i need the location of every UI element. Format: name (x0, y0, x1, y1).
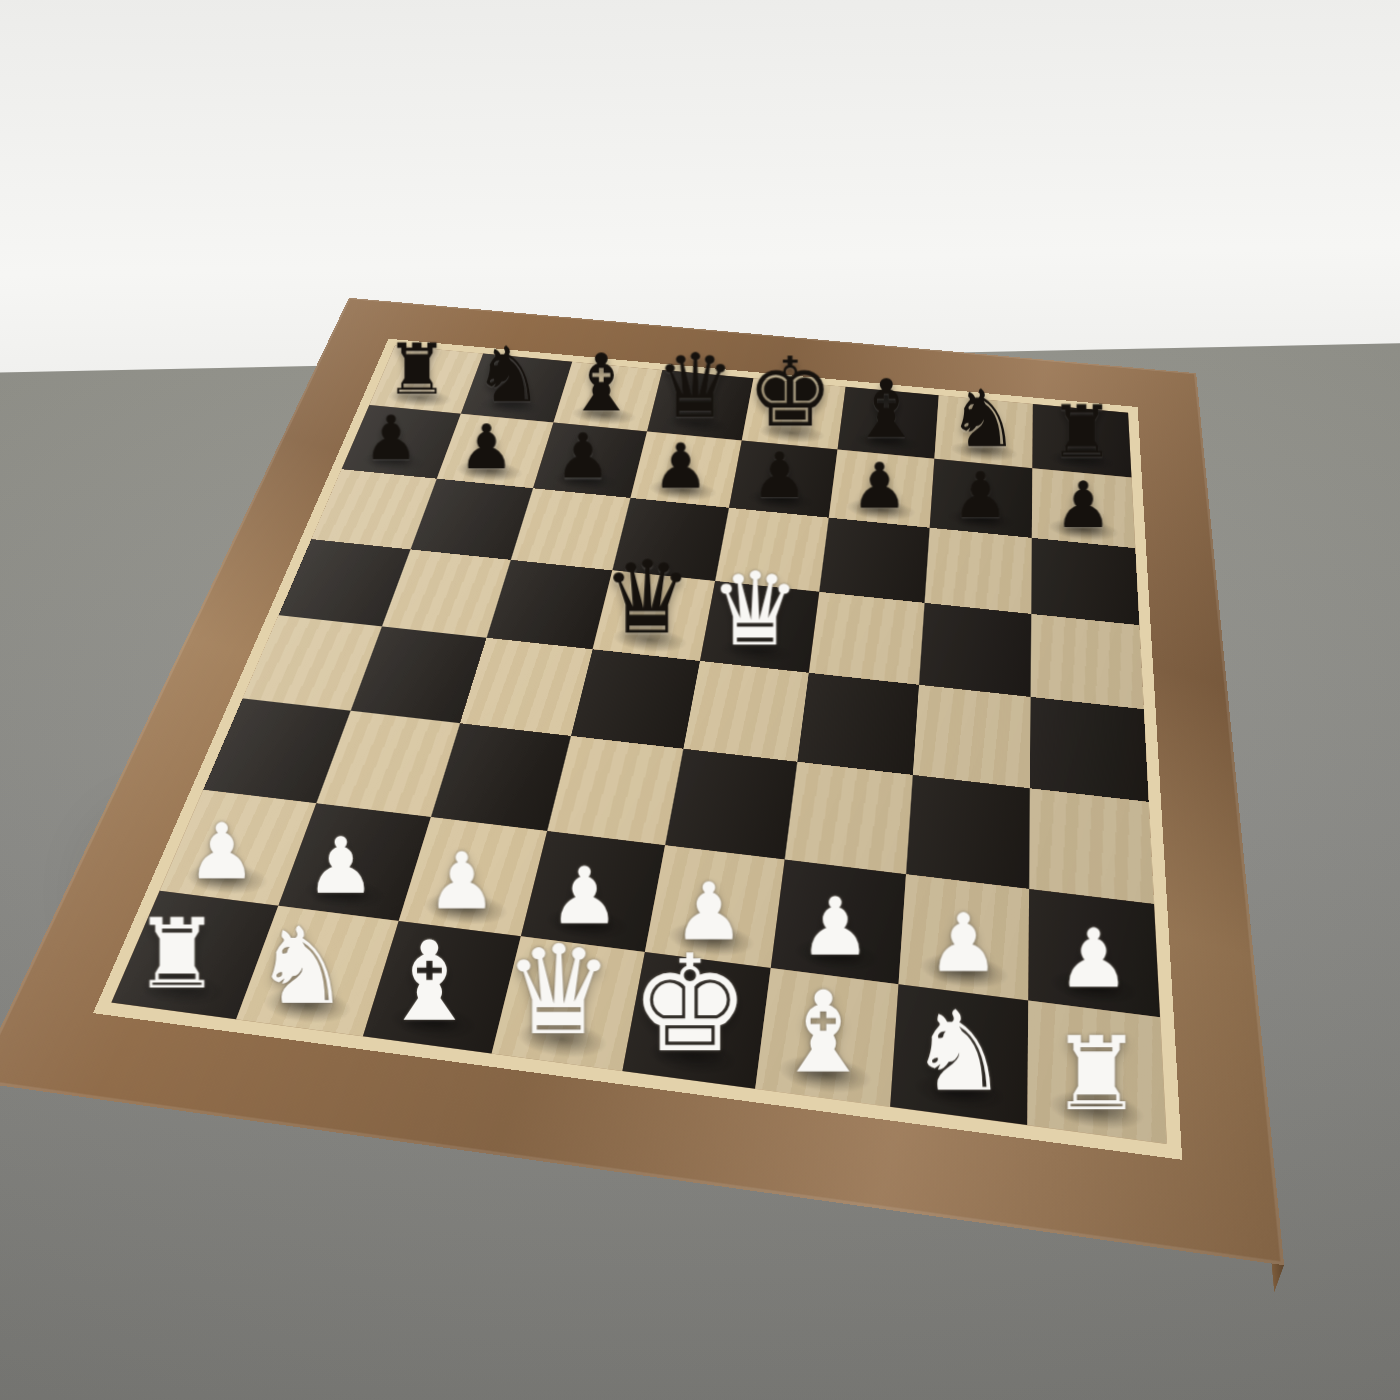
black-pawn-c7[interactable]: ♟ (555, 426, 611, 488)
square-a1[interactable]: ♜ (111, 891, 278, 1020)
square-h5[interactable] (1031, 614, 1144, 709)
photo-stage: ♜♞♝♛♚♝♞♜♟♟♟♟♟♟♟♟♛♛♟♟♟♟♟♟♟♟♜♞♝♛♚♝♞♜ chess (0, 0, 1400, 1400)
white-knight-b1[interactable]: ♞ (254, 913, 349, 1019)
square-f3[interactable] (785, 762, 913, 874)
square-h8[interactable]: ♜ (1032, 404, 1131, 478)
white-pawn-h2[interactable]: ♟ (1057, 919, 1130, 1000)
square-f6[interactable] (819, 518, 929, 603)
square-h7[interactable]: ♟ (1032, 468, 1135, 548)
black-pawn-g7[interactable]: ♟ (952, 464, 1009, 528)
white-pawn-a2[interactable]: ♟ (187, 813, 256, 890)
square-h6[interactable] (1031, 538, 1139, 625)
black-queen-d8[interactable]: ♛ (655, 343, 735, 432)
square-e7[interactable]: ♟ (729, 440, 838, 517)
white-pawn-c2[interactable]: ♟ (427, 843, 497, 921)
white-bishop-c1[interactable]: ♝ (380, 926, 479, 1036)
scene: ♜♞♝♛♚♝♞♜♟♟♟♟♟♟♟♟♛♛♟♟♟♟♟♟♟♟♜♞♝♛♚♝♞♜ (0, 0, 1400, 1400)
black-bishop-f8[interactable]: ♝ (850, 369, 922, 450)
black-rook-h8[interactable]: ♜ (1049, 396, 1114, 469)
board-edge-right (1191, 373, 1284, 1293)
black-knight-g8[interactable]: ♞ (948, 380, 1019, 459)
white-pawn-f2[interactable]: ♟ (799, 888, 871, 968)
square-a2[interactable]: ♟ (160, 790, 317, 906)
square-e3[interactable] (665, 749, 797, 860)
black-pawn-d7[interactable]: ♟ (653, 436, 709, 498)
square-f5[interactable] (809, 592, 925, 685)
black-pawn-h7[interactable]: ♟ (1055, 474, 1112, 538)
white-rook-h1[interactable]: ♜ (1051, 1023, 1142, 1125)
square-f1[interactable]: ♝ (755, 968, 898, 1107)
square-a4[interactable] (243, 615, 382, 711)
board-playing-area: ♜♞♝♛♚♝♞♜♟♟♟♟♟♟♟♟♛♛♟♟♟♟♟♟♟♟♜♞♝♛♚♝♞♜ (93, 339, 1182, 1160)
square-f7[interactable]: ♟ (829, 450, 935, 528)
black-pawn-f7[interactable]: ♟ (851, 455, 908, 518)
black-pawn-a7[interactable]: ♟ (363, 408, 418, 469)
black-king-e8[interactable]: ♚ (747, 344, 833, 440)
square-d3[interactable] (547, 736, 683, 845)
square-e5[interactable]: ♛ (700, 581, 819, 673)
square-g4[interactable] (913, 685, 1031, 788)
board-grid: ♜♞♝♛♚♝♞♜♟♟♟♟♟♟♟♟♛♛♟♟♟♟♟♟♟♟♜♞♝♛♚♝♞♜ (111, 346, 1166, 1144)
chess-board: ♜♞♝♛♚♝♞♜♟♟♟♟♟♟♟♟♛♛♟♟♟♟♟♟♟♟♜♞♝♛♚♝♞♜ (0, 298, 1284, 1265)
black-pawn-b7[interactable]: ♟ (459, 417, 514, 479)
square-g2[interactable]: ♟ (899, 874, 1030, 1000)
white-pawn-g2[interactable]: ♟ (927, 903, 999, 984)
black-bishop-c8[interactable]: ♝ (566, 343, 637, 422)
square-c5[interactable] (487, 560, 613, 650)
square-e4[interactable] (683, 661, 808, 762)
square-d1[interactable]: ♛ (492, 936, 645, 1071)
square-b3[interactable] (316, 711, 460, 817)
white-king-e1[interactable]: ♚ (630, 937, 750, 1071)
square-h3[interactable] (1029, 788, 1154, 904)
square-h2[interactable]: ♟ (1028, 889, 1160, 1017)
white-queen-e5[interactable]: ♛ (710, 559, 801, 661)
square-d4[interactable] (571, 649, 700, 748)
white-pawn-b2[interactable]: ♟ (306, 828, 376, 906)
black-knight-b8[interactable]: ♞ (474, 337, 543, 414)
square-g7[interactable]: ♟ (930, 459, 1033, 538)
square-g3[interactable] (906, 775, 1030, 889)
square-h1[interactable]: ♜ (1027, 1001, 1166, 1144)
square-g6[interactable] (925, 528, 1032, 614)
square-h4[interactable] (1030, 697, 1149, 802)
square-c4[interactable] (460, 638, 593, 736)
square-a7[interactable]: ♟ (342, 405, 461, 479)
square-g1[interactable]: ♞ (890, 984, 1028, 1125)
square-d5[interactable]: ♛ (593, 570, 716, 661)
square-c7[interactable]: ♟ (533, 422, 647, 497)
black-pawn-e7[interactable]: ♟ (751, 445, 807, 508)
square-f4[interactable] (797, 673, 919, 775)
white-knight-g1[interactable]: ♞ (909, 996, 1008, 1107)
black-queen-d5[interactable]: ♛ (602, 548, 692, 649)
square-e1[interactable]: ♚ (622, 952, 770, 1089)
square-g8[interactable]: ♞ (934, 395, 1032, 468)
square-g5[interactable] (919, 603, 1031, 697)
white-bishop-f1[interactable]: ♝ (773, 976, 874, 1089)
white-rook-a1[interactable]: ♜ (134, 906, 221, 1003)
square-d7[interactable]: ♟ (630, 431, 741, 507)
white-queen-d1[interactable]: ♛ (503, 930, 614, 1053)
black-rook-a8[interactable]: ♜ (385, 335, 448, 405)
